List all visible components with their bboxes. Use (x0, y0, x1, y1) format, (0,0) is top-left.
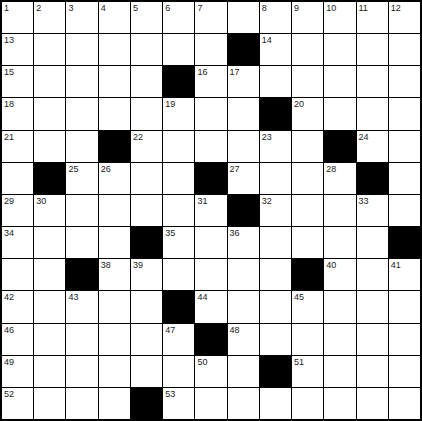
cell-r13c7[interactable] (195, 388, 226, 419)
cell-r7c10[interactable] (292, 195, 323, 226)
clue-number: 5 (133, 3, 138, 13)
cell-r4c3[interactable] (66, 98, 97, 129)
block-r13c5 (131, 388, 162, 419)
clue-number: 16 (197, 67, 207, 77)
clue-number: 23 (262, 132, 272, 142)
clue-number: 18 (4, 99, 14, 109)
cell-r4c7[interactable] (195, 98, 226, 129)
cell-r1c5[interactable]: 5 (131, 2, 162, 33)
cell-r10c4[interactable] (99, 291, 130, 322)
cell-r12c13[interactable] (389, 356, 420, 387)
cell-r13c4[interactable] (99, 388, 130, 419)
clue-number: 19 (165, 99, 175, 109)
clue-number: 15 (4, 67, 14, 77)
cell-r1c6[interactable]: 6 (163, 2, 194, 33)
block-r8c5 (131, 227, 162, 258)
block-r9c10 (292, 259, 323, 290)
clue-number: 25 (68, 164, 78, 174)
clue-number: 3 (68, 3, 73, 13)
block-r7c8 (228, 195, 259, 226)
cell-r9c1[interactable] (2, 259, 33, 290)
cell-r4c11[interactable] (324, 98, 355, 129)
block-r11c7 (195, 324, 226, 355)
cell-r11c5[interactable] (131, 324, 162, 355)
cell-r9c9[interactable] (260, 259, 291, 290)
cell-r11c1[interactable]: 46 (2, 324, 33, 355)
cell-r6c9[interactable] (260, 163, 291, 194)
cell-r6c11[interactable]: 28 (324, 163, 355, 194)
cell-r8c8[interactable]: 36 (228, 227, 259, 258)
cell-r6c10[interactable] (292, 163, 323, 194)
clue-number: 38 (101, 260, 111, 270)
clue-number: 8 (262, 3, 267, 13)
cell-r9c13[interactable]: 41 (389, 259, 420, 290)
cell-r13c3[interactable] (66, 388, 97, 419)
cell-r2c12[interactable] (357, 34, 388, 65)
cell-r12c3[interactable] (66, 356, 97, 387)
cell-r8c6[interactable]: 35 (163, 227, 194, 258)
cell-r1c1[interactable]: 1 (2, 2, 33, 33)
cell-r11c12[interactable] (357, 324, 388, 355)
cell-r7c6[interactable] (163, 195, 194, 226)
cell-r12c12[interactable] (357, 356, 388, 387)
cell-r6c5[interactable] (131, 163, 162, 194)
cell-r1c13[interactable]: 12 (389, 2, 420, 33)
cell-r7c3[interactable] (66, 195, 97, 226)
cell-r4c1[interactable]: 18 (2, 98, 33, 129)
clue-number: 30 (36, 196, 46, 206)
clue-number: 48 (230, 325, 240, 335)
cell-r10c8[interactable] (228, 291, 259, 322)
clue-number: 34 (4, 228, 14, 238)
cell-r11c4[interactable] (99, 324, 130, 355)
cell-r3c9[interactable] (260, 66, 291, 97)
block-r5c11 (324, 131, 355, 162)
cell-r3c11[interactable] (324, 66, 355, 97)
clue-number: 20 (294, 99, 304, 109)
cell-r1c4[interactable]: 4 (99, 2, 130, 33)
cell-r5c8[interactable] (228, 131, 259, 162)
cell-r4c5[interactable] (131, 98, 162, 129)
clue-number: 7 (197, 3, 202, 13)
cell-r2c2[interactable] (34, 34, 65, 65)
cell-r4c13[interactable] (389, 98, 420, 129)
clue-number: 11 (359, 3, 368, 13)
cell-r2c1[interactable]: 13 (2, 34, 33, 65)
block-r8c13 (389, 227, 420, 258)
cell-r1c9[interactable]: 8 (260, 2, 291, 33)
cell-r2c6[interactable] (163, 34, 194, 65)
cell-r13c8[interactable] (228, 388, 259, 419)
cell-r10c10[interactable]: 45 (292, 291, 323, 322)
clue-number: 45 (294, 292, 304, 302)
cell-r10c12[interactable] (357, 291, 388, 322)
cell-r10c7[interactable]: 44 (195, 291, 226, 322)
cell-r11c10[interactable] (292, 324, 323, 355)
cell-r8c2[interactable] (34, 227, 65, 258)
clue-number: 39 (133, 260, 143, 270)
cell-r2c5[interactable] (131, 34, 162, 65)
cell-r2c10[interactable] (292, 34, 323, 65)
cell-r10c1[interactable]: 42 (2, 291, 33, 322)
crossword-board: 1234567891011121314151617181920212223242… (0, 0, 422, 421)
cell-r13c1[interactable]: 52 (2, 388, 33, 419)
cell-r8c11[interactable] (324, 227, 355, 258)
cell-r10c9[interactable] (260, 291, 291, 322)
cell-r3c1[interactable]: 15 (2, 66, 33, 97)
cell-r13c10[interactable] (292, 388, 323, 419)
cell-r10c11[interactable] (324, 291, 355, 322)
cell-r7c12[interactable]: 33 (357, 195, 388, 226)
cell-r10c5[interactable] (131, 291, 162, 322)
cell-r9c8[interactable] (228, 259, 259, 290)
cell-r12c1[interactable]: 49 (2, 356, 33, 387)
cell-r3c5[interactable] (131, 66, 162, 97)
cell-r3c8[interactable]: 17 (228, 66, 259, 97)
cell-r5c2[interactable] (34, 131, 65, 162)
cell-r8c1[interactable]: 34 (2, 227, 33, 258)
cell-r7c5[interactable] (131, 195, 162, 226)
cell-r3c4[interactable] (99, 66, 130, 97)
cell-r5c1[interactable]: 21 (2, 131, 33, 162)
clue-number: 24 (359, 132, 369, 142)
cell-r10c2[interactable] (34, 291, 65, 322)
cell-r7c13[interactable] (389, 195, 420, 226)
cell-r7c11[interactable] (324, 195, 355, 226)
cell-r5c6[interactable] (163, 131, 194, 162)
cell-r12c6[interactable] (163, 356, 194, 387)
clue-number: 40 (326, 260, 336, 270)
cell-r13c13[interactable] (389, 388, 420, 419)
clue-number: 50 (197, 357, 207, 367)
clue-number: 9 (294, 3, 299, 13)
clue-number: 32 (262, 196, 272, 206)
clue-number: 12 (391, 3, 401, 13)
cell-r11c6[interactable]: 47 (163, 324, 194, 355)
clue-number: 13 (4, 35, 14, 45)
cell-r6c1[interactable] (2, 163, 33, 194)
clue-number: 17 (230, 67, 240, 77)
clue-number: 14 (262, 35, 272, 45)
block-r6c2 (34, 163, 65, 194)
clue-number: 29 (4, 196, 14, 206)
cell-r5c12[interactable]: 24 (357, 131, 388, 162)
cell-r13c6[interactable]: 53 (163, 388, 194, 419)
cell-r6c4[interactable]: 26 (99, 163, 130, 194)
clue-number: 35 (165, 228, 175, 238)
cell-r3c3[interactable] (66, 66, 97, 97)
clue-number: 1 (4, 3, 9, 13)
clue-number: 43 (68, 292, 78, 302)
cell-r1c11[interactable]: 10 (324, 2, 355, 33)
cell-r10c13[interactable] (389, 291, 420, 322)
cell-r6c8[interactable]: 27 (228, 163, 259, 194)
clue-number: 4 (101, 3, 106, 13)
clue-number: 21 (4, 132, 14, 142)
clue-number: 31 (197, 196, 207, 206)
cell-r1c8[interactable] (228, 2, 259, 33)
cell-r9c5[interactable]: 39 (131, 259, 162, 290)
cell-r3c12[interactable] (357, 66, 388, 97)
cell-r4c6[interactable]: 19 (163, 98, 194, 129)
cell-r11c8[interactable]: 48 (228, 324, 259, 355)
cell-r1c2[interactable]: 2 (34, 2, 65, 33)
cell-r5c9[interactable]: 23 (260, 131, 291, 162)
cell-r9c7[interactable] (195, 259, 226, 290)
cell-r7c7[interactable]: 31 (195, 195, 226, 226)
cell-r5c13[interactable] (389, 131, 420, 162)
cell-r9c4[interactable]: 38 (99, 259, 130, 290)
clue-number: 49 (4, 357, 14, 367)
cell-r12c2[interactable] (34, 356, 65, 387)
block-r4c9 (260, 98, 291, 129)
clue-number: 51 (294, 357, 304, 367)
cell-r4c12[interactable] (357, 98, 388, 129)
clue-number: 28 (326, 164, 336, 174)
cell-r2c3[interactable] (66, 34, 97, 65)
cell-r7c9[interactable]: 32 (260, 195, 291, 226)
cell-r4c8[interactable] (228, 98, 259, 129)
clue-number: 47 (165, 325, 175, 335)
cell-r6c3[interactable]: 25 (66, 163, 97, 194)
cell-r10c3[interactable]: 43 (66, 291, 97, 322)
cell-r9c12[interactable] (357, 259, 388, 290)
cell-r11c13[interactable] (389, 324, 420, 355)
block-r6c7 (195, 163, 226, 194)
cell-r8c4[interactable] (99, 227, 130, 258)
cell-r1c12[interactable]: 11 (357, 2, 388, 33)
cell-r8c10[interactable] (292, 227, 323, 258)
block-r6c12 (357, 163, 388, 194)
cell-r5c10[interactable] (292, 131, 323, 162)
cell-r2c11[interactable] (324, 34, 355, 65)
cell-r8c3[interactable] (66, 227, 97, 258)
cell-r4c4[interactable] (99, 98, 130, 129)
clue-number: 46 (4, 325, 14, 335)
cell-r1c7[interactable]: 7 (195, 2, 226, 33)
cell-r13c12[interactable] (357, 388, 388, 419)
clue-number: 36 (230, 228, 240, 238)
cell-r4c10[interactable]: 20 (292, 98, 323, 129)
cell-r2c13[interactable] (389, 34, 420, 65)
cell-r9c2[interactable] (34, 259, 65, 290)
block-r3c6 (163, 66, 194, 97)
block-r2c8 (228, 34, 259, 65)
cell-r13c11[interactable] (324, 388, 355, 419)
cell-r8c7[interactable] (195, 227, 226, 258)
cell-r11c3[interactable] (66, 324, 97, 355)
cell-r13c9[interactable] (260, 388, 291, 419)
cell-r3c7[interactable]: 16 (195, 66, 226, 97)
clue-number: 41 (391, 260, 401, 270)
cell-r1c3[interactable]: 3 (66, 2, 97, 33)
cell-r12c7[interactable]: 50 (195, 356, 226, 387)
cell-r7c1[interactable]: 29 (2, 195, 33, 226)
block-r9c3 (66, 259, 97, 290)
clue-number: 22 (133, 132, 143, 142)
cell-r7c2[interactable]: 30 (34, 195, 65, 226)
cell-r5c5[interactable]: 22 (131, 131, 162, 162)
cell-r12c5[interactable] (131, 356, 162, 387)
cell-r2c9[interactable]: 14 (260, 34, 291, 65)
cell-r6c13[interactable] (389, 163, 420, 194)
clue-number: 52 (4, 389, 14, 399)
clue-number: 33 (359, 196, 369, 206)
cell-r3c13[interactable] (389, 66, 420, 97)
cell-r11c11[interactable] (324, 324, 355, 355)
cell-r12c10[interactable]: 51 (292, 356, 323, 387)
cell-r13c2[interactable] (34, 388, 65, 419)
cell-r7c4[interactable] (99, 195, 130, 226)
cell-r11c2[interactable] (34, 324, 65, 355)
cell-r3c2[interactable] (34, 66, 65, 97)
cell-r5c7[interactable] (195, 131, 226, 162)
cell-r3c10[interactable] (292, 66, 323, 97)
cell-r12c11[interactable] (324, 356, 355, 387)
cell-r4c2[interactable] (34, 98, 65, 129)
clue-number: 27 (230, 164, 240, 174)
cell-r2c7[interactable] (195, 34, 226, 65)
clue-number: 6 (165, 3, 170, 13)
block-r10c6 (163, 291, 194, 322)
cell-r12c8[interactable] (228, 356, 259, 387)
clue-number: 44 (197, 292, 207, 302)
cell-r12c4[interactable] (99, 356, 130, 387)
cell-r8c12[interactable] (357, 227, 388, 258)
block-r12c9 (260, 356, 291, 387)
cell-r5c3[interactable] (66, 131, 97, 162)
cell-r6c6[interactable] (163, 163, 194, 194)
clue-number: 2 (36, 3, 41, 13)
cell-r1c10[interactable]: 9 (292, 2, 323, 33)
cell-r11c9[interactable] (260, 324, 291, 355)
clue-number: 26 (101, 164, 111, 174)
cell-r9c6[interactable] (163, 259, 194, 290)
cell-r8c9[interactable] (260, 227, 291, 258)
cell-r9c11[interactable]: 40 (324, 259, 355, 290)
clue-number: 53 (165, 389, 175, 399)
clue-number: 10 (326, 3, 336, 13)
block-r5c4 (99, 131, 130, 162)
clue-number: 42 (4, 292, 14, 302)
cell-r2c4[interactable] (99, 34, 130, 65)
